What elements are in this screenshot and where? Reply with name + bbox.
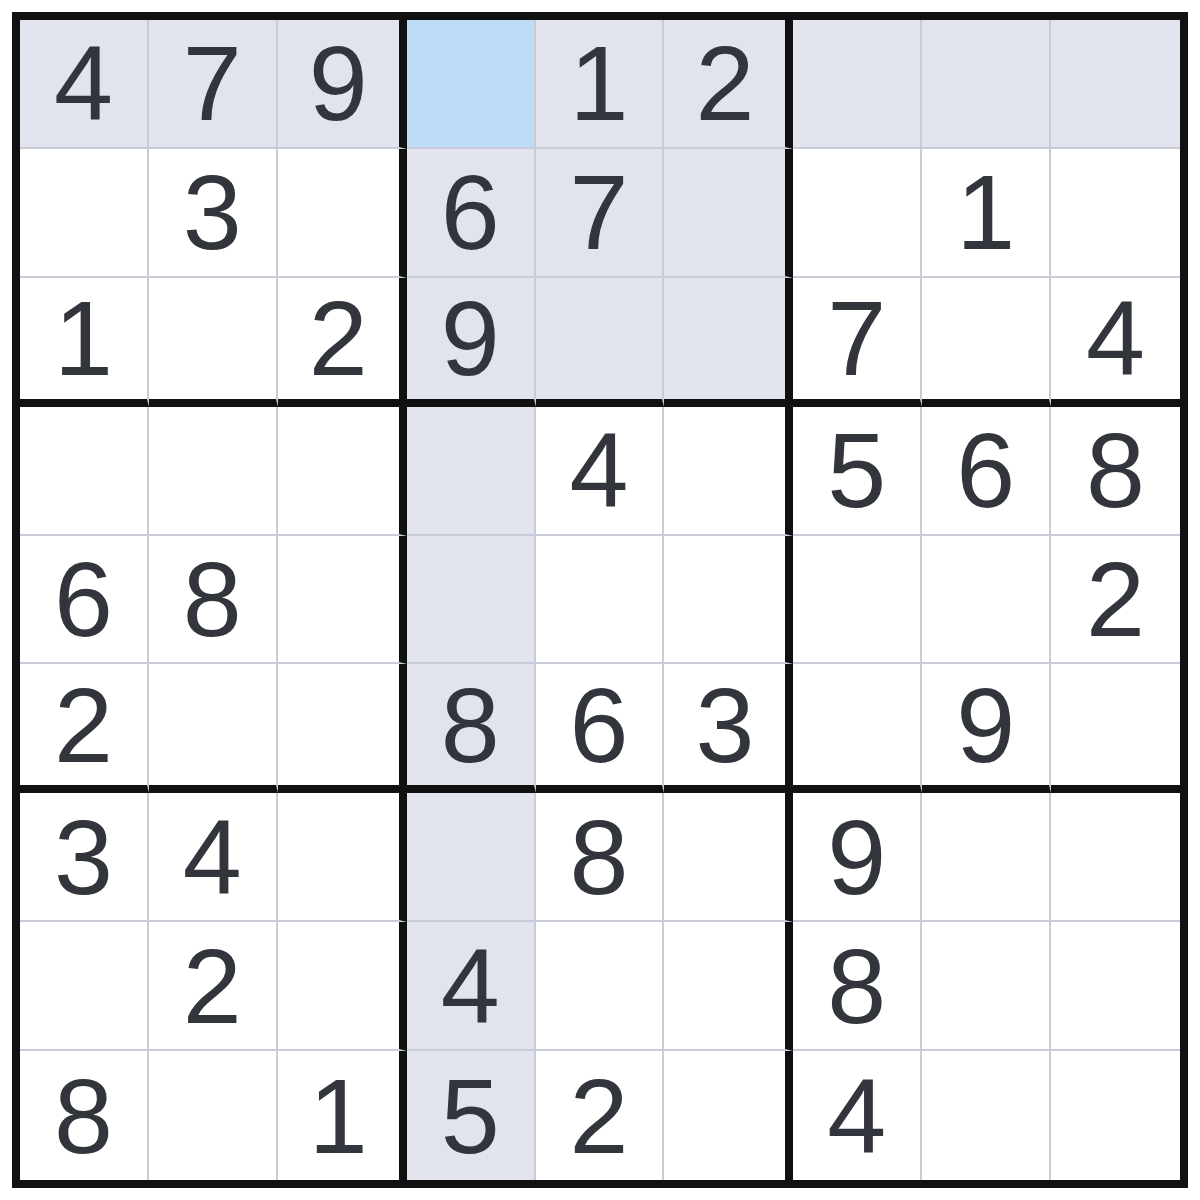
cell-r7c1[interactable]: 3: [20, 793, 149, 922]
cell-r2c8[interactable]: 1: [922, 149, 1051, 278]
cell-r4c1[interactable]: [20, 407, 149, 536]
cell-r1c8[interactable]: [922, 20, 1051, 149]
cell-r2c3[interactable]: [278, 149, 407, 278]
cell-r5c2[interactable]: 8: [149, 536, 278, 665]
cell-r6c4[interactable]: 8: [407, 664, 536, 793]
cell-r1c9[interactable]: [1051, 20, 1180, 149]
cell-r5c7[interactable]: [793, 536, 922, 665]
cell-r9c5[interactable]: 2: [536, 1051, 665, 1180]
cell-r1c4[interactable]: [407, 20, 536, 149]
cell-r4c5[interactable]: 4: [536, 407, 665, 536]
cell-r4c8[interactable]: 6: [922, 407, 1051, 536]
cell-r9c7[interactable]: 4: [793, 1051, 922, 1180]
cell-r5c9[interactable]: 2: [1051, 536, 1180, 665]
cell-r3c8[interactable]: [922, 278, 1051, 407]
cell-r4c9[interactable]: 8: [1051, 407, 1180, 536]
cell-r6c3[interactable]: [278, 664, 407, 793]
cell-r1c3[interactable]: 9: [278, 20, 407, 149]
cell-r8c9[interactable]: [1051, 922, 1180, 1051]
cell-r1c1[interactable]: 4: [20, 20, 149, 149]
cell-r9c1[interactable]: 8: [20, 1051, 149, 1180]
cell-r4c3[interactable]: [278, 407, 407, 536]
cell-r8c5[interactable]: [536, 922, 665, 1051]
cell-r7c9[interactable]: [1051, 793, 1180, 922]
cell-r2c4[interactable]: 6: [407, 149, 536, 278]
cell-r8c1[interactable]: [20, 922, 149, 1051]
cell-r6c5[interactable]: 6: [536, 664, 665, 793]
cell-r5c3[interactable]: [278, 536, 407, 665]
cell-r7c3[interactable]: [278, 793, 407, 922]
cell-r9c2[interactable]: [149, 1051, 278, 1180]
cell-r3c7[interactable]: 7: [793, 278, 922, 407]
cell-r9c4[interactable]: 5: [407, 1051, 536, 1180]
cell-r6c7[interactable]: [793, 664, 922, 793]
cell-r6c8[interactable]: 9: [922, 664, 1051, 793]
cell-r4c6[interactable]: [664, 407, 793, 536]
cell-r2c7[interactable]: [793, 149, 922, 278]
sudoku-board-wrapper: 47912367112974456868228639348924881524: [12, 12, 1188, 1188]
cell-r7c8[interactable]: [922, 793, 1051, 922]
cell-r7c7[interactable]: 9: [793, 793, 922, 922]
cell-r2c1[interactable]: [20, 149, 149, 278]
cell-r8c8[interactable]: [922, 922, 1051, 1051]
cell-r8c7[interactable]: 8: [793, 922, 922, 1051]
cell-r2c6[interactable]: [664, 149, 793, 278]
cell-r7c4[interactable]: [407, 793, 536, 922]
cell-r3c5[interactable]: [536, 278, 665, 407]
cell-r5c5[interactable]: [536, 536, 665, 665]
cell-r1c5[interactable]: 1: [536, 20, 665, 149]
cell-r8c6[interactable]: [664, 922, 793, 1051]
cell-r4c2[interactable]: [149, 407, 278, 536]
cell-r8c2[interactable]: 2: [149, 922, 278, 1051]
cell-r9c6[interactable]: [664, 1051, 793, 1180]
cell-r5c6[interactable]: [664, 536, 793, 665]
cell-r3c9[interactable]: 4: [1051, 278, 1180, 407]
cell-r7c2[interactable]: 4: [149, 793, 278, 922]
cell-r4c4[interactable]: [407, 407, 536, 536]
cell-r3c4[interactable]: 9: [407, 278, 536, 407]
cell-r3c6[interactable]: [664, 278, 793, 407]
cell-r6c2[interactable]: [149, 664, 278, 793]
cell-r2c9[interactable]: [1051, 149, 1180, 278]
cell-r3c1[interactable]: 1: [20, 278, 149, 407]
sudoku-board: 47912367112974456868228639348924881524: [12, 12, 1188, 1188]
cell-r7c5[interactable]: 8: [536, 793, 665, 922]
cell-r2c2[interactable]: 3: [149, 149, 278, 278]
cell-r7c6[interactable]: [664, 793, 793, 922]
cell-r4c7[interactable]: 5: [793, 407, 922, 536]
cell-r3c2[interactable]: [149, 278, 278, 407]
cell-r5c8[interactable]: [922, 536, 1051, 665]
cell-r1c7[interactable]: [793, 20, 922, 149]
cell-r5c1[interactable]: 6: [20, 536, 149, 665]
cell-r1c6[interactable]: 2: [664, 20, 793, 149]
cell-r9c3[interactable]: 1: [278, 1051, 407, 1180]
cell-r8c3[interactable]: [278, 922, 407, 1051]
cell-r1c2[interactable]: 7: [149, 20, 278, 149]
cell-r3c3[interactable]: 2: [278, 278, 407, 407]
cell-r2c5[interactable]: 7: [536, 149, 665, 278]
cell-r6c9[interactable]: [1051, 664, 1180, 793]
cell-r9c9[interactable]: [1051, 1051, 1180, 1180]
cell-r6c6[interactable]: 3: [664, 664, 793, 793]
cell-r8c4[interactable]: 4: [407, 922, 536, 1051]
cell-r6c1[interactable]: 2: [20, 664, 149, 793]
cell-r9c8[interactable]: [922, 1051, 1051, 1180]
cell-r5c4[interactable]: [407, 536, 536, 665]
